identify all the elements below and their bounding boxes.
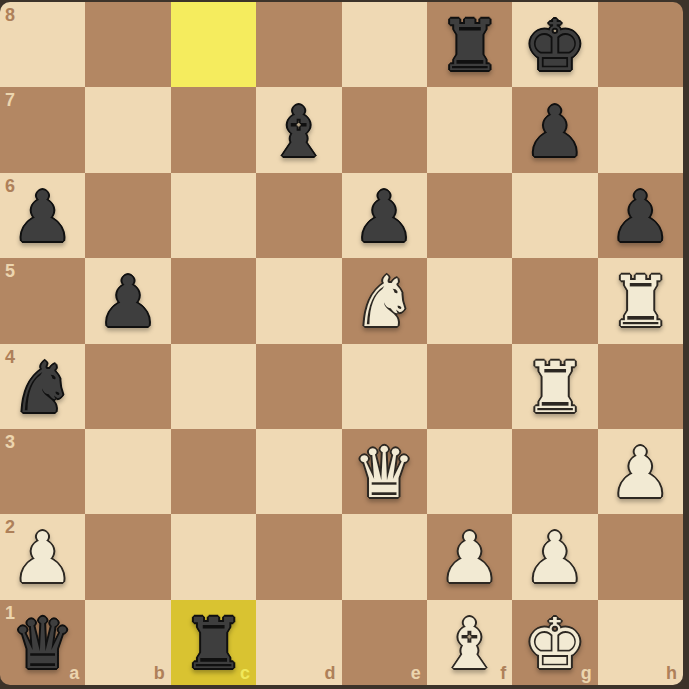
square-f1[interactable]: f♝ bbox=[427, 600, 512, 685]
white-rook-piece[interactable]: ♜ bbox=[524, 350, 587, 423]
square-a1[interactable]: 1a♛ bbox=[0, 600, 85, 685]
file-label-e: e bbox=[411, 664, 421, 682]
white-bishop-piece[interactable]: ♝ bbox=[438, 606, 501, 679]
square-e2[interactable] bbox=[342, 514, 427, 599]
square-d8[interactable] bbox=[256, 2, 341, 87]
square-h7[interactable] bbox=[598, 87, 683, 172]
white-pawn-piece[interactable]: ♟ bbox=[11, 520, 74, 593]
square-a8[interactable]: 8 bbox=[0, 2, 85, 87]
white-king-piece[interactable]: ♚ bbox=[524, 606, 587, 679]
square-a6[interactable]: 6♟ bbox=[0, 173, 85, 258]
square-a7[interactable]: 7 bbox=[0, 87, 85, 172]
square-e7[interactable] bbox=[342, 87, 427, 172]
square-g1[interactable]: g♚ bbox=[512, 600, 597, 685]
black-king-piece[interactable]: ♚ bbox=[524, 8, 587, 81]
square-c2[interactable] bbox=[171, 514, 256, 599]
black-pawn-piece[interactable]: ♟ bbox=[97, 264, 160, 337]
square-h8[interactable] bbox=[598, 2, 683, 87]
square-f2[interactable]: ♟ bbox=[427, 514, 512, 599]
square-h3[interactable]: ♟ bbox=[598, 429, 683, 514]
square-c8[interactable] bbox=[171, 2, 256, 87]
square-a3[interactable]: 3 bbox=[0, 429, 85, 514]
square-g3[interactable] bbox=[512, 429, 597, 514]
rank-label-8: 8 bbox=[5, 6, 15, 24]
square-c3[interactable] bbox=[171, 429, 256, 514]
square-g6[interactable] bbox=[512, 173, 597, 258]
square-a5[interactable]: 5 bbox=[0, 258, 85, 343]
square-g4[interactable]: ♜ bbox=[512, 344, 597, 429]
square-b4[interactable] bbox=[85, 344, 170, 429]
square-h4[interactable] bbox=[598, 344, 683, 429]
square-f6[interactable] bbox=[427, 173, 512, 258]
white-rook-piece[interactable]: ♜ bbox=[609, 264, 672, 337]
square-e8[interactable] bbox=[342, 2, 427, 87]
square-b1[interactable]: b bbox=[85, 600, 170, 685]
square-g8[interactable]: ♚ bbox=[512, 2, 597, 87]
chess-board: 8♜♚7♝♟6♟♟♟5♟♞♜4♞♜3♛♟2♟♟♟1a♛bc♜def♝g♚h bbox=[0, 2, 683, 685]
square-f3[interactable] bbox=[427, 429, 512, 514]
square-b7[interactable] bbox=[85, 87, 170, 172]
white-pawn-piece[interactable]: ♟ bbox=[524, 520, 587, 593]
square-d7[interactable]: ♝ bbox=[256, 87, 341, 172]
black-rook-piece[interactable]: ♜ bbox=[182, 606, 245, 679]
square-g5[interactable] bbox=[512, 258, 597, 343]
square-e6[interactable]: ♟ bbox=[342, 173, 427, 258]
square-b2[interactable] bbox=[85, 514, 170, 599]
square-c4[interactable] bbox=[171, 344, 256, 429]
square-f5[interactable] bbox=[427, 258, 512, 343]
square-d1[interactable]: d bbox=[256, 600, 341, 685]
file-label-b: b bbox=[154, 664, 165, 682]
square-a2[interactable]: 2♟ bbox=[0, 514, 85, 599]
square-g2[interactable]: ♟ bbox=[512, 514, 597, 599]
square-f4[interactable] bbox=[427, 344, 512, 429]
square-c7[interactable] bbox=[171, 87, 256, 172]
rank-label-7: 7 bbox=[5, 91, 15, 109]
black-pawn-piece[interactable]: ♟ bbox=[11, 179, 74, 252]
square-e3[interactable]: ♛ bbox=[342, 429, 427, 514]
white-queen-piece[interactable]: ♛ bbox=[353, 435, 416, 508]
black-bishop-piece[interactable]: ♝ bbox=[267, 94, 330, 167]
black-queen-piece[interactable]: ♛ bbox=[11, 606, 74, 679]
square-h5[interactable]: ♜ bbox=[598, 258, 683, 343]
square-g7[interactable]: ♟ bbox=[512, 87, 597, 172]
square-e5[interactable]: ♞ bbox=[342, 258, 427, 343]
square-e1[interactable]: e bbox=[342, 600, 427, 685]
square-d5[interactable] bbox=[256, 258, 341, 343]
square-c6[interactable] bbox=[171, 173, 256, 258]
square-c1[interactable]: c♜ bbox=[171, 600, 256, 685]
square-e4[interactable] bbox=[342, 344, 427, 429]
square-d6[interactable] bbox=[256, 173, 341, 258]
square-c5[interactable] bbox=[171, 258, 256, 343]
file-label-h: h bbox=[666, 664, 677, 682]
square-a4[interactable]: 4♞ bbox=[0, 344, 85, 429]
white-knight-piece[interactable]: ♞ bbox=[353, 264, 416, 337]
square-d4[interactable] bbox=[256, 344, 341, 429]
square-b8[interactable] bbox=[85, 2, 170, 87]
rank-label-5: 5 bbox=[5, 262, 15, 280]
rank-label-3: 3 bbox=[5, 433, 15, 451]
square-h1[interactable]: h bbox=[598, 600, 683, 685]
square-b3[interactable] bbox=[85, 429, 170, 514]
square-h6[interactable]: ♟ bbox=[598, 173, 683, 258]
square-f8[interactable]: ♜ bbox=[427, 2, 512, 87]
file-label-d: d bbox=[325, 664, 336, 682]
black-pawn-piece[interactable]: ♟ bbox=[524, 94, 587, 167]
square-h2[interactable] bbox=[598, 514, 683, 599]
square-b5[interactable]: ♟ bbox=[85, 258, 170, 343]
white-pawn-piece[interactable]: ♟ bbox=[438, 520, 501, 593]
square-d3[interactable] bbox=[256, 429, 341, 514]
white-pawn-piece[interactable]: ♟ bbox=[609, 435, 672, 508]
black-rook-piece[interactable]: ♜ bbox=[438, 8, 501, 81]
square-f7[interactable] bbox=[427, 87, 512, 172]
file-label-f: f bbox=[500, 664, 506, 682]
black-knight-piece[interactable]: ♞ bbox=[11, 350, 74, 423]
black-pawn-piece[interactable]: ♟ bbox=[609, 179, 672, 252]
square-d2[interactable] bbox=[256, 514, 341, 599]
square-b6[interactable] bbox=[85, 173, 170, 258]
black-pawn-piece[interactable]: ♟ bbox=[353, 179, 416, 252]
